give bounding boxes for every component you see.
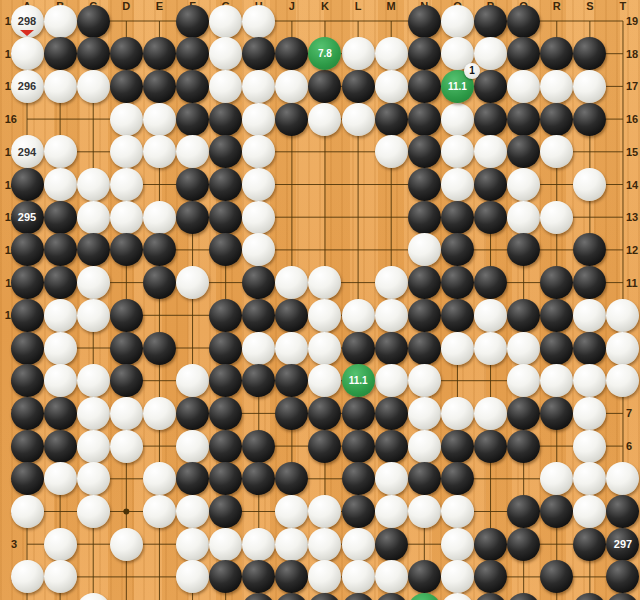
stone-white-C11[interactable]: [77, 266, 110, 299]
stone-black-P19[interactable]: [474, 5, 507, 38]
stone-white-A2[interactable]: [11, 560, 44, 593]
stone-white-L3[interactable]: [342, 528, 375, 561]
stone-black-Q7[interactable]: [507, 397, 540, 430]
stone-white-D16[interactable]: [110, 103, 143, 136]
stone-black-A11[interactable]: [11, 266, 44, 299]
stone-black-D9[interactable]: [110, 332, 143, 365]
stone-black-L7[interactable]: [342, 397, 375, 430]
stone-white-L2[interactable]: [342, 560, 375, 593]
stone-black-N10[interactable]: [408, 299, 441, 332]
stone-black-B11[interactable]: [44, 266, 77, 299]
stone-black-K6[interactable]: [308, 430, 341, 463]
stone-black-F19[interactable]: [176, 5, 209, 38]
stone-white-Q17[interactable]: [507, 70, 540, 103]
stone-black-E9[interactable]: [143, 332, 176, 365]
stone-black-O6[interactable]: [441, 430, 474, 463]
stone-black-P13[interactable]: [474, 201, 507, 234]
stone-black-M9[interactable]: [375, 332, 408, 365]
stone-white-C4[interactable]: [77, 495, 110, 528]
stone-white-A15[interactable]: [11, 135, 44, 168]
stone-white-E7[interactable]: [143, 397, 176, 430]
stone-white-B17[interactable]: [44, 70, 77, 103]
stone-black-B7[interactable]: [44, 397, 77, 430]
stone-black-D10[interactable]: [110, 299, 143, 332]
stone-white-H13[interactable]: [242, 201, 275, 234]
stone-black-L4[interactable]: [342, 495, 375, 528]
stone-black-G4[interactable]: [209, 495, 242, 528]
stone-black-R16[interactable]: [540, 103, 573, 136]
stone-black-D12[interactable]: [110, 233, 143, 266]
stone-black-M16[interactable]: [375, 103, 408, 136]
stone-black-J16[interactable]: [275, 103, 308, 136]
stone-white-C10[interactable]: [77, 299, 110, 332]
stone-white-O19[interactable]: [441, 5, 474, 38]
stone-black-P11[interactable]: [474, 266, 507, 299]
stone-black-N18[interactable]: [408, 37, 441, 70]
stone-black-N19[interactable]: [408, 5, 441, 38]
stone-white-P18[interactable]: [474, 37, 507, 70]
stone-black-C18[interactable]: [77, 37, 110, 70]
stone-black-B6[interactable]: [44, 430, 77, 463]
stone-white-E15[interactable]: [143, 135, 176, 168]
stone-black-A7[interactable]: [11, 397, 44, 430]
stone-white-M18[interactable]: [375, 37, 408, 70]
stone-black-D18[interactable]: [110, 37, 143, 70]
stone-white-E4[interactable]: [143, 495, 176, 528]
stone-black-A9[interactable]: [11, 332, 44, 365]
stone-black-Q6[interactable]: [507, 430, 540, 463]
stone-white-B3[interactable]: [44, 528, 77, 561]
stone-white-G3[interactable]: [209, 528, 242, 561]
stone-white-H17[interactable]: [242, 70, 275, 103]
stone-black-N16[interactable]: [408, 103, 441, 136]
stone-black-M3[interactable]: [375, 528, 408, 561]
stone-white-C5[interactable]: [77, 462, 110, 495]
stone-black-M6[interactable]: [375, 430, 408, 463]
stone-white-O4[interactable]: [441, 495, 474, 528]
stone-black-F18[interactable]: [176, 37, 209, 70]
stone-white-A18[interactable]: [11, 37, 44, 70]
stone-white-B14[interactable]: [44, 168, 77, 201]
stone-black-H6[interactable]: [242, 430, 275, 463]
stone-white-C17[interactable]: [77, 70, 110, 103]
stone-white-A19[interactable]: [11, 5, 44, 38]
stone-white-B10[interactable]: [44, 299, 77, 332]
stone-black-F16[interactable]: [176, 103, 209, 136]
stone-black-P3[interactable]: [474, 528, 507, 561]
stone-white-C7[interactable]: [77, 397, 110, 430]
stone-black-D8[interactable]: [110, 364, 143, 397]
stone-white-M8[interactable]: [375, 364, 408, 397]
stone-white-C6[interactable]: [77, 430, 110, 463]
stone-black-Q16[interactable]: [507, 103, 540, 136]
stone-black-N17[interactable]: [408, 70, 441, 103]
stone-black-R10[interactable]: [540, 299, 573, 332]
stone-black-R7[interactable]: [540, 397, 573, 430]
stone-white-A17[interactable]: [11, 70, 44, 103]
stone-white-F3[interactable]: [176, 528, 209, 561]
stone-black-C19[interactable]: [77, 5, 110, 38]
stone-white-G19[interactable]: [209, 5, 242, 38]
stone-white-H19[interactable]: [242, 5, 275, 38]
stone-black-N14[interactable]: [408, 168, 441, 201]
stone-white-E13[interactable]: [143, 201, 176, 234]
stone-black-B13[interactable]: [44, 201, 77, 234]
stone-white-M10[interactable]: [375, 299, 408, 332]
stone-black-E17[interactable]: [143, 70, 176, 103]
stone-black-F14[interactable]: [176, 168, 209, 201]
stone-white-D3[interactable]: [110, 528, 143, 561]
stone-white-O9[interactable]: [441, 332, 474, 365]
stone-black-D17[interactable]: [110, 70, 143, 103]
stone-black-H10[interactable]: [242, 299, 275, 332]
stone-white-N7[interactable]: [408, 397, 441, 430]
stone-white-L10[interactable]: [342, 299, 375, 332]
stone-white-S6[interactable]: [573, 430, 606, 463]
stone-white-B15[interactable]: [44, 135, 77, 168]
stone-black-P6[interactable]: [474, 430, 507, 463]
stone-white-T9[interactable]: [606, 332, 639, 365]
stone-white-M5[interactable]: [375, 462, 408, 495]
stone-black-F13[interactable]: [176, 201, 209, 234]
stone-black-Q3[interactable]: [507, 528, 540, 561]
stone-black-O13[interactable]: [441, 201, 474, 234]
stone-black-L5[interactable]: [342, 462, 375, 495]
stone-black-T3[interactable]: [606, 528, 639, 561]
stone-white-G17[interactable]: [209, 70, 242, 103]
stone-white-D7[interactable]: [110, 397, 143, 430]
stone-white-D13[interactable]: [110, 201, 143, 234]
stone-white-M15[interactable]: [375, 135, 408, 168]
stone-black-A5[interactable]: [11, 462, 44, 495]
stone-black-Q19[interactable]: [507, 5, 540, 38]
stone-white-M4[interactable]: [375, 495, 408, 528]
stone-black-P16[interactable]: [474, 103, 507, 136]
stone-white-N8[interactable]: [408, 364, 441, 397]
stone-white-Q14[interactable]: [507, 168, 540, 201]
stone-white-H16[interactable]: [242, 103, 275, 136]
stone-black-F17[interactable]: [176, 70, 209, 103]
stone-white-C8[interactable]: [77, 364, 110, 397]
stone-white-N4[interactable]: [408, 495, 441, 528]
stone-black-J10[interactable]: [275, 299, 308, 332]
stone-white-K9[interactable]: [308, 332, 341, 365]
stone-black-L6[interactable]: [342, 430, 375, 463]
stone-black-Q10[interactable]: [507, 299, 540, 332]
stone-black-S3[interactable]: [573, 528, 606, 561]
stone-white-P9[interactable]: [474, 332, 507, 365]
stone-white-P7[interactable]: [474, 397, 507, 430]
stone-white-F11[interactable]: [176, 266, 209, 299]
stone-black-N2[interactable]: [408, 560, 441, 593]
stone-black-R9[interactable]: [540, 332, 573, 365]
ai-suggestion-O17[interactable]: 11.11: [441, 70, 474, 103]
stone-white-F4[interactable]: [176, 495, 209, 528]
stone-black-A6[interactable]: [11, 430, 44, 463]
stone-white-B5[interactable]: [44, 462, 77, 495]
stone-white-L18[interactable]: [342, 37, 375, 70]
stone-white-K3[interactable]: [308, 528, 341, 561]
stone-white-D15[interactable]: [110, 135, 143, 168]
stone-black-G10[interactable]: [209, 299, 242, 332]
stone-white-H3[interactable]: [242, 528, 275, 561]
stone-black-L9[interactable]: [342, 332, 375, 365]
stone-white-B9[interactable]: [44, 332, 77, 365]
stone-black-G14[interactable]: [209, 168, 242, 201]
stone-white-C13[interactable]: [77, 201, 110, 234]
stone-black-E11[interactable]: [143, 266, 176, 299]
stone-white-B8[interactable]: [44, 364, 77, 397]
stone-black-E18[interactable]: [143, 37, 176, 70]
stone-black-P14[interactable]: [474, 168, 507, 201]
stone-black-C12[interactable]: [77, 233, 110, 266]
stone-black-G16[interactable]: [209, 103, 242, 136]
stone-white-O3[interactable]: [441, 528, 474, 561]
stone-black-N15[interactable]: [408, 135, 441, 168]
stone-white-J9[interactable]: [275, 332, 308, 365]
stone-white-E16[interactable]: [143, 103, 176, 136]
stone-white-S10[interactable]: [573, 299, 606, 332]
stone-black-A13[interactable]: [11, 201, 44, 234]
stone-black-S16[interactable]: [573, 103, 606, 136]
stone-black-A12[interactable]: [11, 233, 44, 266]
stone-white-F8[interactable]: [176, 364, 209, 397]
stone-white-M17[interactable]: [375, 70, 408, 103]
stone-white-D6[interactable]: [110, 430, 143, 463]
stone-black-N13[interactable]: [408, 201, 441, 234]
ai-suggestion-L8[interactable]: 11.1: [342, 364, 375, 397]
stone-black-G9[interactable]: [209, 332, 242, 365]
stone-black-N5[interactable]: [408, 462, 441, 495]
stone-white-O7[interactable]: [441, 397, 474, 430]
stone-black-A14[interactable]: [11, 168, 44, 201]
stone-black-B12[interactable]: [44, 233, 77, 266]
ai-suggestion-rank-badge: 1: [464, 63, 480, 79]
stone-white-O14[interactable]: [441, 168, 474, 201]
stone-white-R17[interactable]: [540, 70, 573, 103]
stone-black-M7[interactable]: [375, 397, 408, 430]
stone-white-M2[interactable]: [375, 560, 408, 593]
stone-black-A8[interactable]: [11, 364, 44, 397]
stone-black-N9[interactable]: [408, 332, 441, 365]
goban[interactable]: ABCDEFGHJKLMNOPQRST191918181717161615151…: [0, 0, 640, 600]
stone-black-S9[interactable]: [573, 332, 606, 365]
stone-black-O10[interactable]: [441, 299, 474, 332]
stone-white-D14[interactable]: [110, 168, 143, 201]
stone-white-R13[interactable]: [540, 201, 573, 234]
stone-black-B18[interactable]: [44, 37, 77, 70]
stone-white-B19[interactable]: [44, 5, 77, 38]
stone-white-M11[interactable]: [375, 266, 408, 299]
stone-black-O11[interactable]: [441, 266, 474, 299]
stone-white-P10[interactable]: [474, 299, 507, 332]
stone-white-E5[interactable]: [143, 462, 176, 495]
stone-white-N6[interactable]: [408, 430, 441, 463]
stone-white-J3[interactable]: [275, 528, 308, 561]
stone-white-O15[interactable]: [441, 135, 474, 168]
stone-white-N12[interactable]: [408, 233, 441, 266]
stone-white-B2[interactable]: [44, 560, 77, 593]
stone-black-F7[interactable]: [176, 397, 209, 430]
stone-white-A4[interactable]: [11, 495, 44, 528]
stone-black-L17[interactable]: [342, 70, 375, 103]
stone-black-Q4[interactable]: [507, 495, 540, 528]
stone-black-O5[interactable]: [441, 462, 474, 495]
stone-black-G7[interactable]: [209, 397, 242, 430]
stone-white-K16[interactable]: [308, 103, 341, 136]
stone-white-Q13[interactable]: [507, 201, 540, 234]
stone-black-G13[interactable]: [209, 201, 242, 234]
stone-white-L16[interactable]: [342, 103, 375, 136]
stone-white-F6[interactable]: [176, 430, 209, 463]
stone-white-H9[interactable]: [242, 332, 275, 365]
stone-white-C14[interactable]: [77, 168, 110, 201]
stone-black-G6[interactable]: [209, 430, 242, 463]
stone-black-A10[interactable]: [11, 299, 44, 332]
stone-white-Q9[interactable]: [507, 332, 540, 365]
stone-black-N11[interactable]: [408, 266, 441, 299]
stone-white-O16[interactable]: [441, 103, 474, 136]
